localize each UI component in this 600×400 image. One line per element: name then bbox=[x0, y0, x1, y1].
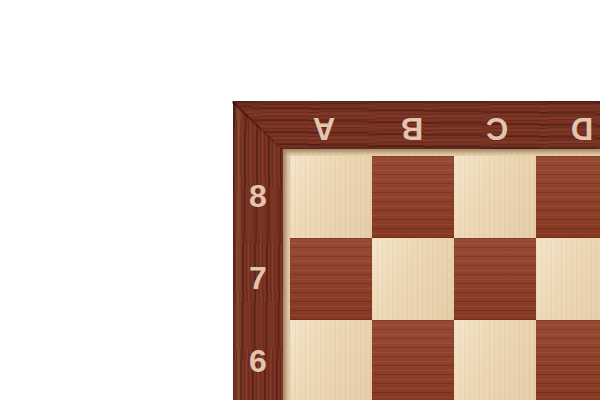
square-b7 bbox=[372, 238, 454, 320]
file-label-d: D bbox=[562, 108, 600, 148]
file-label-a: A bbox=[304, 108, 344, 148]
file-label-c: C bbox=[477, 108, 517, 148]
file-label-b: B bbox=[392, 108, 432, 148]
square-c6 bbox=[454, 320, 536, 400]
square-a8 bbox=[290, 156, 372, 238]
square-d8 bbox=[536, 156, 600, 238]
rank-label-7: 7 bbox=[233, 258, 283, 298]
chess-board: A B C D 8 7 6 bbox=[233, 101, 600, 400]
square-d6 bbox=[536, 320, 600, 400]
square-a6 bbox=[290, 320, 372, 400]
square-a7 bbox=[290, 238, 372, 320]
board-field bbox=[283, 149, 600, 400]
square-c8 bbox=[454, 156, 536, 238]
rank-label-8: 8 bbox=[233, 176, 283, 216]
square-c7 bbox=[454, 238, 536, 320]
photo-canvas: A B C D 8 7 6 bbox=[0, 0, 600, 400]
board-grid bbox=[290, 156, 600, 400]
square-b6 bbox=[372, 320, 454, 400]
square-d7 bbox=[536, 238, 600, 320]
square-b8 bbox=[372, 156, 454, 238]
rank-label-6: 6 bbox=[233, 341, 283, 381]
